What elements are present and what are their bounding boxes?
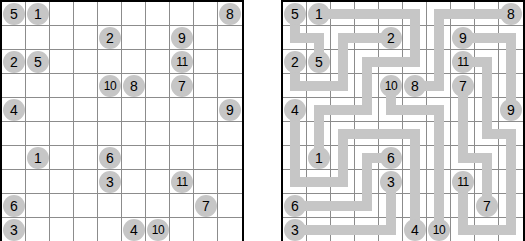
path-segment (482, 81, 492, 98)
grid-cell-r3-c6[interactable] (427, 74, 451, 98)
grid-cell-r0-c1[interactable]: 1 (307, 2, 331, 26)
path-segment (379, 225, 396, 235)
grid-cell-r0-c4[interactable] (98, 2, 122, 26)
puzzle-board: 51829251110874916311673410 (0, 0, 244, 241)
grid-cell-r2-c2[interactable] (331, 50, 355, 74)
grid-cell-r5-c8[interactable] (475, 122, 499, 146)
grid-cell-r4-c6[interactable] (146, 98, 170, 122)
grid-cell-r4-c0[interactable]: 4 (2, 98, 26, 122)
grid-cell-r6-c0[interactable] (2, 146, 26, 170)
grid-cell-r1-c8[interactable] (475, 26, 499, 50)
path-segment (331, 225, 348, 235)
grid-cell-r5-c8[interactable] (194, 122, 218, 146)
grid-cell-r0-c0[interactable]: 5 (283, 2, 307, 26)
grid-cell-r9-c2[interactable] (331, 218, 355, 241)
grid-cell-r8-c4[interactable] (98, 194, 122, 218)
path-segment (290, 153, 300, 170)
grid-cell-r2-c3[interactable] (355, 50, 379, 74)
path-segment (410, 177, 420, 194)
path-segment (482, 9, 499, 19)
grid-cell-r9-c1[interactable] (307, 218, 331, 241)
clue-circle: 4 (3, 99, 25, 121)
path-segment (410, 201, 420, 218)
grid-cell-r7-c4[interactable]: 3 (379, 170, 403, 194)
clue-circle: 10 (428, 219, 450, 241)
path-segment (506, 33, 516, 50)
grid-cell-r5-c9[interactable] (499, 122, 523, 146)
grid-cell-r4-c8[interactable] (475, 98, 499, 122)
grid-cell-r7-c9[interactable] (218, 170, 242, 194)
path-segment (314, 177, 331, 187)
clue-circle: 3 (3, 219, 25, 241)
path-segment (434, 50, 444, 67)
path-segment (506, 129, 516, 146)
grid-cell-r4-c3[interactable] (355, 98, 379, 122)
grid-cell-r1-c7[interactable]: 9 (170, 26, 194, 50)
grid-cell-r8-c5[interactable] (122, 194, 146, 218)
grid-cell-r0-c7[interactable] (170, 2, 194, 26)
grid-cell-r2-c2[interactable] (50, 50, 74, 74)
grid-cell-r9-c8[interactable] (475, 218, 499, 241)
path-segment (386, 129, 403, 139)
grid-cell-r6-c9[interactable] (499, 146, 523, 170)
grid-cell-r1-c6[interactable] (427, 26, 451, 50)
path-segment (410, 105, 427, 115)
grid-cell-r2-c8[interactable] (475, 50, 499, 74)
path-segment (506, 57, 516, 74)
grid-cell-r5-c6[interactable] (427, 122, 451, 146)
grid-cell-r8-c9[interactable] (499, 194, 523, 218)
grid-cell-r6-c5[interactable] (403, 146, 427, 170)
grid-cell-r4-c2[interactable] (50, 98, 74, 122)
clue-circle: 2 (3, 51, 25, 73)
path-segment (506, 81, 516, 98)
grid-cell-r8-c1[interactable] (307, 194, 331, 218)
grid-cell-r6-c3[interactable] (74, 146, 98, 170)
grid-cell-r1-c2[interactable] (50, 26, 74, 50)
path-segment (434, 105, 444, 122)
grid-cell-r4-c3[interactable] (74, 98, 98, 122)
grid-cell-r4-c4[interactable] (98, 98, 122, 122)
grid-cell-r9-c9[interactable] (499, 218, 523, 241)
grid-cell-r9-c6[interactable]: 10 (146, 218, 170, 241)
clue-circle: 8 (404, 75, 426, 97)
clue-circle: 9 (219, 99, 241, 121)
grid-cell-r6-c8[interactable] (194, 146, 218, 170)
grid-cell-r1-c5[interactable] (122, 26, 146, 50)
grid-cell-r5-c0[interactable] (283, 122, 307, 146)
grid-cell-r0-c0[interactable]: 5 (2, 2, 26, 26)
grid-cell-r3-c7[interactable]: 7 (170, 74, 194, 98)
clue-circle: 6 (99, 147, 121, 169)
grid-cell-r1-c6[interactable] (146, 26, 170, 50)
grid-cell-r3-c9[interactable] (218, 74, 242, 98)
path-segment (362, 129, 379, 139)
path-segment (290, 177, 307, 187)
path-segment (482, 105, 492, 122)
grid-cell-r8-c6[interactable] (146, 194, 170, 218)
path-segment (475, 225, 492, 235)
path-segment (482, 177, 492, 194)
grid-cell-r3-c2[interactable] (50, 74, 74, 98)
grid-cell-r6-c2[interactable] (331, 146, 355, 170)
grid-cell-r0-c5[interactable] (122, 2, 146, 26)
path-segment (410, 33, 420, 50)
grid-cell-r3-c3[interactable] (355, 74, 379, 98)
clue-circle: 6 (3, 195, 25, 217)
grid-cell-r2-c6[interactable] (146, 50, 170, 74)
grid-cell-r7-c7[interactable]: 11 (451, 170, 475, 194)
grid-cell-r8-c9[interactable] (218, 194, 242, 218)
grid-cell-r3-c8[interactable] (475, 74, 499, 98)
path-segment (307, 225, 324, 235)
grid-cell-r7-c6[interactable] (427, 170, 451, 194)
grid-cell-r5-c3[interactable] (355, 122, 379, 146)
grid-cell-r4-c8[interactable] (194, 98, 218, 122)
grid-cell-r3-c4[interactable]: 10 (379, 74, 403, 98)
grid-cell-r4-c5[interactable] (403, 98, 427, 122)
path-segment (458, 9, 475, 19)
grid-cell-r6-c2[interactable] (50, 146, 74, 170)
grid-cell-r0-c6[interactable] (427, 2, 451, 26)
path-segment (434, 153, 444, 170)
path-segment (331, 105, 348, 115)
grid-cell-r2-c5[interactable] (403, 50, 427, 74)
grid-cell-r1-c4[interactable]: 2 (379, 26, 403, 50)
grid-cell-r3-c1[interactable] (26, 74, 50, 98)
path-segment (338, 57, 348, 74)
grid-cell-r8-c1[interactable] (26, 194, 50, 218)
clue-circle: 3 (284, 219, 306, 241)
grid-cell-r9-c2[interactable] (50, 218, 74, 241)
grid-cell-r1-c5[interactable] (403, 26, 427, 50)
grid-cell-r7-c1[interactable] (307, 170, 331, 194)
grid-cell-r4-c7[interactable] (451, 98, 475, 122)
path-segment (314, 33, 324, 50)
grid-cell-r2-c4[interactable] (379, 50, 403, 74)
clue-circle: 10 (380, 75, 402, 97)
path-segment (290, 129, 300, 146)
grid-cell-r9-c5[interactable]: 4 (403, 218, 427, 241)
clue-circle: 8 (123, 75, 145, 97)
grid-cell-r0-c5[interactable] (403, 2, 427, 26)
clue-circle: 11 (452, 51, 474, 73)
grid-cell-r6-c3[interactable] (355, 146, 379, 170)
grid-cell-r5-c3[interactable] (74, 122, 98, 146)
grid-cell-r7-c7[interactable]: 11 (170, 170, 194, 194)
grid-cell-r4-c2[interactable] (331, 98, 355, 122)
grid-cell-r1-c9[interactable] (218, 26, 242, 50)
path-segment (362, 57, 372, 74)
grid-cell-r7-c0[interactable] (283, 170, 307, 194)
grid-cell-r8-c0[interactable]: 6 (2, 194, 26, 218)
grid-cell-r2-c7[interactable]: 11 (451, 50, 475, 74)
path-segment (403, 57, 420, 67)
grid-cell-r7-c2[interactable] (50, 170, 74, 194)
grid-cell-r1-c9[interactable] (499, 26, 523, 50)
grid-cell-r5-c4[interactable] (379, 122, 403, 146)
path-segment (434, 177, 444, 194)
grid-cell-r2-c1[interactable]: 5 (307, 50, 331, 74)
grid-cell-r5-c7[interactable] (170, 122, 194, 146)
grid-cell-r0-c8[interactable] (194, 2, 218, 26)
clue-circle: 9 (171, 27, 193, 49)
clue-circle: 9 (452, 27, 474, 49)
grid-cell-r6-c4[interactable]: 6 (379, 146, 403, 170)
grid-cell-r1-c2[interactable] (331, 26, 355, 50)
grid-cell-r0-c2[interactable] (50, 2, 74, 26)
grid-cell-r2-c0[interactable]: 2 (2, 50, 26, 74)
grid-cell-r4-c5[interactable] (122, 98, 146, 122)
grid-cell-r9-c8[interactable] (194, 218, 218, 241)
grid-cell-r5-c5[interactable] (122, 122, 146, 146)
grid-cell-r3-c4[interactable]: 10 (98, 74, 122, 98)
grid-cell-r4-c7[interactable] (170, 98, 194, 122)
grid-cell-r0-c6[interactable] (146, 2, 170, 26)
grid-cell-r8-c5[interactable] (403, 194, 427, 218)
grid-cell-r6-c9[interactable] (218, 146, 242, 170)
grid-cell-r3-c5[interactable]: 8 (403, 74, 427, 98)
grid-cell-r8-c3[interactable] (355, 194, 379, 218)
path-segment (362, 81, 372, 98)
grid-cell-r8-c6[interactable] (427, 194, 451, 218)
grid-cell-r6-c6[interactable] (427, 146, 451, 170)
grid-cell-r9-c7[interactable] (170, 218, 194, 241)
grid-cell-r6-c7[interactable] (170, 146, 194, 170)
grid-cell-r5-c1[interactable] (307, 122, 331, 146)
grid-cell-r8-c0[interactable]: 6 (283, 194, 307, 218)
grid-cell-r2-c0[interactable]: 2 (283, 50, 307, 74)
grid-cell-r2-c5[interactable] (122, 50, 146, 74)
grid-cell-r3-c0[interactable] (2, 74, 26, 98)
grid-cell-r9-c1[interactable] (26, 218, 50, 241)
grid-cell-r7-c8[interactable] (194, 170, 218, 194)
grid-cell-r2-c4[interactable] (98, 50, 122, 74)
clue-circle: 11 (452, 171, 474, 193)
grid-cell-r4-c4[interactable] (379, 98, 403, 122)
grid-cell-r9-c4[interactable] (379, 218, 403, 241)
grid-cell-r1-c8[interactable] (194, 26, 218, 50)
grid-cell-r7-c2[interactable] (331, 170, 355, 194)
grid-cell-r3-c3[interactable] (74, 74, 98, 98)
grid-cell-r6-c4[interactable]: 6 (98, 146, 122, 170)
clue-circle: 7 (476, 195, 498, 217)
path-segment (482, 57, 492, 74)
grid-cell-r2-c3[interactable] (74, 50, 98, 74)
grid-cell-r0-c1[interactable]: 1 (26, 2, 50, 26)
grid-cell-r3-c2[interactable] (331, 74, 355, 98)
grid-cell-r1-c7[interactable]: 9 (451, 26, 475, 50)
grid-cell-r0-c7[interactable] (451, 2, 475, 26)
grid-cell-r4-c6[interactable] (427, 98, 451, 122)
grid-cell-r4-c9[interactable]: 9 (218, 98, 242, 122)
path-segment (338, 170, 348, 187)
path-segment (410, 153, 420, 170)
clue-circle: 1 (308, 147, 330, 169)
path-segment (506, 153, 516, 170)
grid-cell-r6-c5[interactable] (122, 146, 146, 170)
path-segment (482, 129, 499, 139)
path-segment (307, 81, 324, 91)
grid-cell-r7-c3[interactable] (74, 170, 98, 194)
path-segment (458, 194, 468, 211)
grid-cell-r8-c2[interactable] (50, 194, 74, 218)
grid-cell-r9-c0[interactable]: 3 (283, 218, 307, 241)
solution-board: 51829251110874916311673410 (281, 0, 525, 241)
grid-cell-r2-c8[interactable] (194, 50, 218, 74)
grid-cell-r7-c5[interactable] (122, 170, 146, 194)
grid-cell-r6-c1[interactable]: 1 (307, 146, 331, 170)
grid-cell-r3-c9[interactable] (499, 74, 523, 98)
grid-cell-r2-c7[interactable]: 11 (170, 50, 194, 74)
grid-cell-r6-c8[interactable] (475, 146, 499, 170)
grid-cell-r1-c3[interactable] (355, 26, 379, 50)
clue-circle: 11 (171, 51, 193, 73)
grid-cell-r9-c3[interactable] (74, 218, 98, 241)
grid-cell-r7-c4[interactable]: 3 (98, 170, 122, 194)
grid-cell-r8-c7[interactable] (451, 194, 475, 218)
grid-cell-r9-c4[interactable] (98, 218, 122, 241)
grid-cell-r6-c7[interactable] (451, 146, 475, 170)
path-segment (338, 9, 355, 19)
grid-cell-r6-c0[interactable] (283, 146, 307, 170)
path-segment (458, 129, 468, 146)
grid-cell-r7-c9[interactable] (499, 170, 523, 194)
clue-circle: 11 (171, 171, 193, 193)
grid-cell-r1-c4[interactable]: 2 (98, 26, 122, 50)
grid-cell-r7-c5[interactable] (403, 170, 427, 194)
path-segment (338, 146, 348, 163)
path-segment (434, 9, 451, 19)
grid-cell-r9-c5[interactable]: 4 (122, 218, 146, 241)
grid-cell-r1-c1[interactable] (307, 26, 331, 50)
grid-cell-r8-c8[interactable]: 7 (194, 194, 218, 218)
clue-circle: 9 (500, 99, 522, 121)
grid-cell-r0-c2[interactable] (331, 2, 355, 26)
grid-cell-r2-c6[interactable] (427, 50, 451, 74)
clue-circle: 5 (308, 51, 330, 73)
path-segment (307, 201, 324, 211)
grid-cell-r3-c0[interactable] (283, 74, 307, 98)
grid-cell-r0-c3[interactable] (74, 2, 98, 26)
path-segment (290, 74, 300, 91)
path-segment (331, 201, 348, 211)
clue-circle: 4 (284, 99, 306, 121)
path-segment (458, 105, 468, 122)
grid-cell-r2-c9[interactable] (499, 50, 523, 74)
clue-circle: 7 (171, 75, 193, 97)
grid-cell-r7-c0[interactable] (2, 170, 26, 194)
grid-cell-r5-c0[interactable] (2, 122, 26, 146)
grid-cell-r1-c1[interactable] (26, 26, 50, 50)
clue-circle: 2 (284, 51, 306, 73)
grid-cell-r1-c3[interactable] (74, 26, 98, 50)
grid-cell-r1-c0[interactable] (283, 26, 307, 50)
grid-cell-r9-c7[interactable] (451, 218, 475, 241)
path-segment (355, 201, 372, 211)
grid-cell-r4-c0[interactable]: 4 (283, 98, 307, 122)
grid-cell-r5-c1[interactable] (26, 122, 50, 146)
grid-cell-r1-c0[interactable] (2, 26, 26, 50)
path-segment (362, 9, 379, 19)
grid-cell-r3-c6[interactable] (146, 74, 170, 98)
clue-circle: 6 (284, 195, 306, 217)
grid-cell-r4-c9[interactable]: 9 (499, 98, 523, 122)
grid-cell-r8-c4[interactable] (379, 194, 403, 218)
grid-cell-r5-c2[interactable] (50, 122, 74, 146)
grid-cell-r5-c6[interactable] (146, 122, 170, 146)
grid-cell-r2-c9[interactable] (218, 50, 242, 74)
path-segment (355, 105, 372, 115)
path-segment (338, 33, 348, 50)
grid-cell-r3-c5[interactable]: 8 (122, 74, 146, 98)
path-segment (458, 218, 468, 235)
grid-cell-r3-c1[interactable] (307, 74, 331, 98)
clue-circle: 8 (219, 3, 241, 25)
path-segment (386, 201, 396, 218)
grid-cell-r4-c1[interactable] (26, 98, 50, 122)
grid-cell-r8-c8[interactable]: 7 (475, 194, 499, 218)
grid-cell-r3-c8[interactable] (194, 74, 218, 98)
grid-cell-r0-c3[interactable] (355, 2, 379, 26)
grid-cell-r4-c1[interactable] (307, 98, 331, 122)
path-segment (379, 57, 396, 67)
clue-circle: 4 (123, 219, 145, 241)
grid-cell-r8-c3[interactable] (74, 194, 98, 218)
grid-cell-r5-c2[interactable] (331, 122, 355, 146)
grid-cell-r7-c8[interactable] (475, 170, 499, 194)
grid-cell-r9-c9[interactable] (218, 218, 242, 241)
grid-cell-r2-c1[interactable]: 5 (26, 50, 50, 74)
grid-cell-r0-c8[interactable] (475, 2, 499, 26)
path-segment (314, 105, 324, 122)
path-segment (290, 33, 307, 43)
grid-cell-r5-c9[interactable] (218, 122, 242, 146)
grid-cell-r0-c9[interactable]: 8 (499, 2, 523, 26)
path-segment (410, 129, 420, 146)
grid-cell-r6-c6[interactable] (146, 146, 170, 170)
grid-cell-r8-c2[interactable] (331, 194, 355, 218)
path-segment (458, 153, 475, 163)
grid-cell-r7-c1[interactable] (26, 170, 50, 194)
grid-cell-r5-c4[interactable] (98, 122, 122, 146)
path-segment (410, 9, 420, 26)
grid-cell-r5-c7[interactable] (451, 122, 475, 146)
grid-cell-r0-c4[interactable] (379, 2, 403, 26)
grid-cell-r9-c3[interactable] (355, 218, 379, 241)
clue-circle: 7 (452, 75, 474, 97)
path-segment (434, 201, 444, 218)
grid-cell-r9-c6[interactable]: 10 (427, 218, 451, 241)
grid-cell-r3-c7[interactable]: 7 (451, 74, 475, 98)
grid-cell-r7-c3[interactable] (355, 170, 379, 194)
clue-circle: 8 (500, 3, 522, 25)
grid-cell-r6-c1[interactable]: 1 (26, 146, 50, 170)
grid-cell-r5-c5[interactable] (403, 122, 427, 146)
path-segment (314, 129, 324, 146)
path-segment (386, 105, 403, 115)
clue-circle: 2 (99, 27, 121, 49)
grid-cell-r0-c9[interactable]: 8 (218, 2, 242, 26)
clue-circle: 10 (147, 219, 169, 241)
clue-circle: 6 (380, 147, 402, 169)
path-segment (362, 177, 372, 194)
grid-cell-r9-c0[interactable]: 3 (2, 218, 26, 241)
clue-circle: 7 (195, 195, 217, 217)
grid-cell-r8-c7[interactable] (170, 194, 194, 218)
path-segment (386, 9, 403, 19)
grid-cell-r7-c6[interactable] (146, 170, 170, 194)
